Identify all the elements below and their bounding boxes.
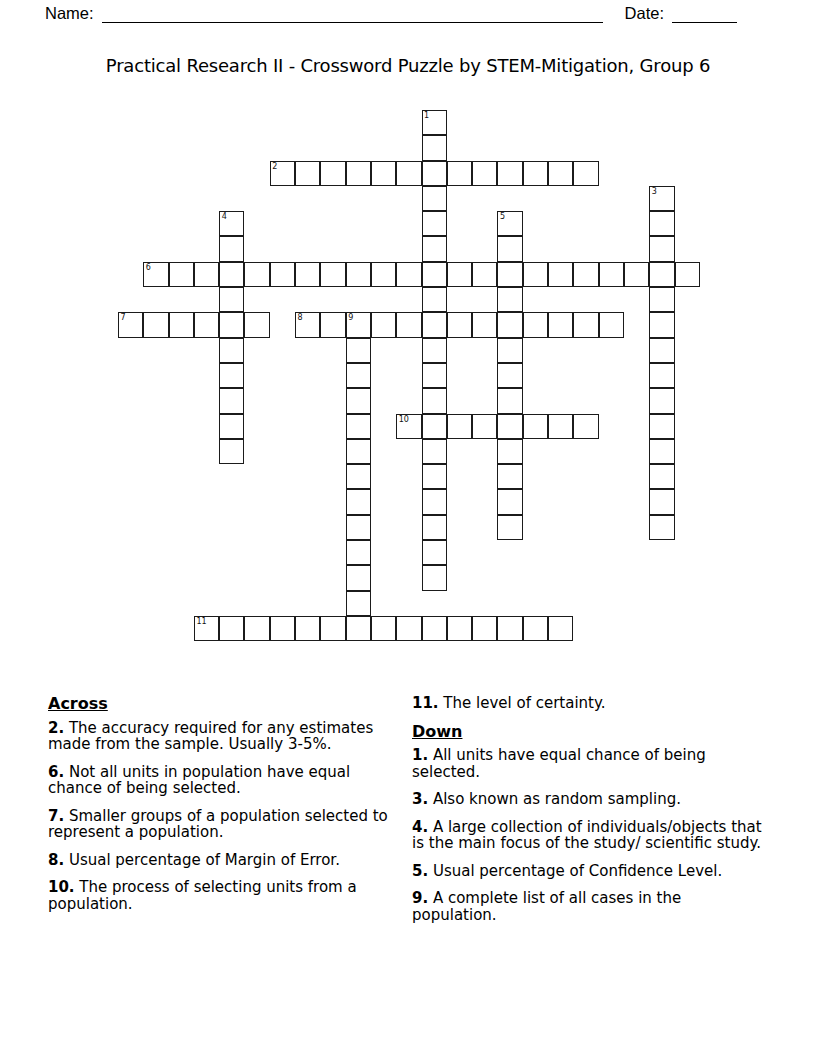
grid-cell-r18-c12[interactable] bbox=[422, 565, 447, 590]
grid-cell-r6-c21[interactable] bbox=[649, 262, 674, 287]
grid-cell-r6-c17[interactable] bbox=[548, 262, 573, 287]
down-clue-list: 1. All units have equal chance of being … bbox=[412, 747, 768, 923]
date-label: Date: bbox=[625, 3, 664, 23]
grid-cell-r12-c13[interactable] bbox=[447, 414, 472, 439]
grid-cell-r12-c4[interactable] bbox=[219, 414, 244, 439]
grid-cell-r13-c12[interactable] bbox=[422, 439, 447, 464]
clue-down-5: 5. Usual percentage of Confidence Level. bbox=[412, 863, 768, 880]
grid-cell-r6-c14[interactable] bbox=[472, 262, 497, 287]
clue-number-6: 6 bbox=[146, 263, 151, 272]
grid-cell-r10-c4[interactable] bbox=[219, 363, 244, 388]
grid-cell-r11-c21[interactable] bbox=[649, 388, 674, 413]
grid-cell-r2-c11[interactable] bbox=[396, 161, 421, 186]
grid-cell-r8-c21[interactable] bbox=[649, 312, 674, 337]
grid-cell-r8-c8[interactable] bbox=[320, 312, 345, 337]
grid-cell-r15-c12[interactable] bbox=[422, 489, 447, 514]
clue-across-8: 8. Usual percentage of Margin of Error. bbox=[48, 852, 392, 869]
grid-cell-r13-c4[interactable] bbox=[219, 439, 244, 464]
clues-right-column: 11. The level of certainty. Down 1. All … bbox=[412, 695, 768, 934]
grid-cell-r20-c10[interactable] bbox=[371, 616, 396, 641]
name-label: Name: bbox=[45, 3, 94, 23]
clue-down-1: 1. All units have equal chance of being … bbox=[412, 747, 768, 780]
grid-cell-r6-c11[interactable] bbox=[396, 262, 421, 287]
grid-cell-r4-c21[interactable] bbox=[649, 211, 674, 236]
grid-cell-r2-c8[interactable] bbox=[320, 161, 345, 186]
grid-cell-r7-c4[interactable] bbox=[219, 287, 244, 312]
grid-cell-r20-c8[interactable] bbox=[320, 616, 345, 641]
grid-cell-r20-c12[interactable] bbox=[422, 616, 447, 641]
clue-number-9: 9 bbox=[348, 313, 353, 322]
clue-number-8: 8 bbox=[298, 313, 303, 322]
grid-cell-r20-c15[interactable] bbox=[497, 616, 522, 641]
clue-number-label: 5. bbox=[412, 862, 428, 880]
grid-cell-r6-c20[interactable] bbox=[624, 262, 649, 287]
grid-cell-r9-c15[interactable] bbox=[497, 338, 522, 363]
grid-cell-r18-c9[interactable] bbox=[346, 565, 371, 590]
grid-cell-r20-c3[interactable]: 11 bbox=[194, 616, 219, 641]
clue-number-label: 9. bbox=[412, 889, 428, 907]
grid-cell-r2-c10[interactable] bbox=[371, 161, 396, 186]
grid-cell-r14-c12[interactable] bbox=[422, 464, 447, 489]
clue-number-7: 7 bbox=[121, 313, 126, 322]
grid-cell-r8-c15[interactable] bbox=[497, 312, 522, 337]
grid-cell-r4-c4[interactable]: 4 bbox=[219, 211, 244, 236]
name-blank-line[interactable] bbox=[102, 3, 603, 23]
grid-cell-r16-c12[interactable] bbox=[422, 515, 447, 540]
clue-number-label: 8. bbox=[48, 851, 64, 869]
grid-cell-r3-c21[interactable]: 3 bbox=[649, 186, 674, 211]
clue-across-10: 10. The process of selecting units from … bbox=[48, 879, 392, 912]
grid-cell-r1-c12[interactable] bbox=[422, 135, 447, 160]
grid-cell-r4-c12[interactable] bbox=[422, 211, 447, 236]
grid-cell-r8-c4[interactable] bbox=[219, 312, 244, 337]
grid-cell-r11-c4[interactable] bbox=[219, 388, 244, 413]
grid-cell-r9-c4[interactable] bbox=[219, 338, 244, 363]
grid-cell-r17-c12[interactable] bbox=[422, 540, 447, 565]
grid-cell-r8-c7[interactable]: 8 bbox=[295, 312, 320, 337]
grid-cell-r0-c12[interactable]: 1 bbox=[422, 110, 447, 135]
grid-cell-r20-c6[interactable] bbox=[270, 616, 295, 641]
grid-cell-r8-c13[interactable] bbox=[447, 312, 472, 337]
grid-cell-r16-c15[interactable] bbox=[497, 515, 522, 540]
grid-cell-r20-c11[interactable] bbox=[396, 616, 421, 641]
grid-cell-r6-c2[interactable] bbox=[169, 262, 194, 287]
grid-cell-r12-c21[interactable] bbox=[649, 414, 674, 439]
across-clue-list: 2. The accuracy required for any estimat… bbox=[48, 720, 392, 913]
grid-cell-r8-c18[interactable] bbox=[573, 312, 598, 337]
grid-cell-r6-c12[interactable] bbox=[422, 262, 447, 287]
grid-cell-r5-c15[interactable] bbox=[497, 236, 522, 261]
grid-cell-r2-c15[interactable] bbox=[497, 161, 522, 186]
clue-number-3: 3 bbox=[652, 187, 657, 196]
grid-cell-r20-c5[interactable] bbox=[244, 616, 269, 641]
grid-cell-r6-c13[interactable] bbox=[447, 262, 472, 287]
grid-cell-r4-c15[interactable]: 5 bbox=[497, 211, 522, 236]
grid-cell-r8-c9[interactable]: 9 bbox=[346, 312, 371, 337]
grid-cell-r12-c17[interactable] bbox=[548, 414, 573, 439]
grid-cell-r2-c7[interactable] bbox=[295, 161, 320, 186]
grid-cell-r12-c11[interactable]: 10 bbox=[396, 414, 421, 439]
clue-number-1: 1 bbox=[424, 111, 429, 120]
grid-cell-r6-c18[interactable] bbox=[573, 262, 598, 287]
header-row: Name: Date: bbox=[45, 2, 737, 23]
clue-number-label: 7. bbox=[48, 807, 64, 825]
grid-cell-r8-c3[interactable] bbox=[194, 312, 219, 337]
down-header: Down bbox=[412, 723, 768, 741]
crossword-grid: 1234567891011 bbox=[118, 110, 700, 641]
clue-number-11: 11 bbox=[196, 617, 206, 626]
grid-cell-r20-c14[interactable] bbox=[472, 616, 497, 641]
grid-cell-r9-c9[interactable] bbox=[346, 338, 371, 363]
across-header: Across bbox=[48, 695, 392, 713]
grid-cell-r6-c10[interactable] bbox=[371, 262, 396, 287]
grid-cell-r20-c7[interactable] bbox=[295, 616, 320, 641]
grid-cell-r17-c9[interactable] bbox=[346, 540, 371, 565]
clue-down-4: 4. A large collection of individuals/obj… bbox=[412, 819, 768, 852]
grid-cell-r6-c19[interactable] bbox=[599, 262, 624, 287]
clue-number-label: 3. bbox=[412, 790, 428, 808]
clue-down-3: 3. Also known as random sampling. bbox=[412, 791, 768, 808]
grid-cell-r16-c21[interactable] bbox=[649, 515, 674, 540]
grid-cell-r10-c12[interactable] bbox=[422, 363, 447, 388]
grid-cell-r8-c2[interactable] bbox=[169, 312, 194, 337]
grid-cell-r8-c16[interactable] bbox=[523, 312, 548, 337]
grid-cell-r6-c7[interactable] bbox=[295, 262, 320, 287]
grid-cell-r2-c13[interactable] bbox=[447, 161, 472, 186]
grid-cell-r12-c15[interactable] bbox=[497, 414, 522, 439]
grid-cell-r6-c6[interactable] bbox=[270, 262, 295, 287]
grid-cell-r13-c9[interactable] bbox=[346, 439, 371, 464]
grid-cell-r6-c5[interactable] bbox=[244, 262, 269, 287]
clue-across-11: 11. The level of certainty. bbox=[412, 695, 768, 712]
grid-cell-r19-c9[interactable] bbox=[346, 591, 371, 616]
grid-cell-r20-c4[interactable] bbox=[219, 616, 244, 641]
grid-cell-r12-c12[interactable] bbox=[422, 414, 447, 439]
page-title: Practical Research II - Crossword Puzzle… bbox=[0, 55, 816, 76]
grid-cell-r2-c17[interactable] bbox=[548, 161, 573, 186]
grid-cell-r6-c22[interactable] bbox=[675, 262, 700, 287]
grid-cell-r7-c21[interactable] bbox=[649, 287, 674, 312]
clue-across-6: 6. Not all units in population have equa… bbox=[48, 764, 392, 797]
clue-number-label: 11. bbox=[412, 694, 439, 712]
clue-number-10: 10 bbox=[399, 415, 409, 424]
grid-cell-r8-c12[interactable] bbox=[422, 312, 447, 337]
grid-cell-r5-c12[interactable] bbox=[422, 236, 447, 261]
grid-cell-r14-c15[interactable] bbox=[497, 464, 522, 489]
grid-cell-r8-c19[interactable] bbox=[599, 312, 624, 337]
clue-number-4: 4 bbox=[222, 212, 227, 221]
grid-cell-r20-c9[interactable] bbox=[346, 616, 371, 641]
grid-cell-r8-c0[interactable]: 7 bbox=[118, 312, 143, 337]
grid-cell-r11-c15[interactable] bbox=[497, 388, 522, 413]
clue-number-label: 6. bbox=[48, 763, 64, 781]
grid-cell-r9-c21[interactable] bbox=[649, 338, 674, 363]
grid-cell-r2-c9[interactable] bbox=[346, 161, 371, 186]
clue-number-2: 2 bbox=[272, 162, 277, 171]
grid-cell-r2-c14[interactable] bbox=[472, 161, 497, 186]
grid-cell-r2-c16[interactable] bbox=[523, 161, 548, 186]
grid-cell-r10-c21[interactable] bbox=[649, 363, 674, 388]
worksheet-page: Name: Date: Practical Research II - Cros… bbox=[0, 0, 816, 1056]
grid-cell-r5-c21[interactable] bbox=[649, 236, 674, 261]
grid-cell-r6-c8[interactable] bbox=[320, 262, 345, 287]
grid-cell-r2-c12[interactable] bbox=[422, 161, 447, 186]
grid-cell-r10-c15[interactable] bbox=[497, 363, 522, 388]
grid-cell-r15-c21[interactable] bbox=[649, 489, 674, 514]
grid-cell-r12-c9[interactable] bbox=[346, 414, 371, 439]
grid-cell-r2-c18[interactable] bbox=[573, 161, 598, 186]
grid-cell-r8-c1[interactable] bbox=[143, 312, 168, 337]
grid-cell-r16-c9[interactable] bbox=[346, 515, 371, 540]
grid-cell-r8-c11[interactable] bbox=[396, 312, 421, 337]
clue-number-label: 4. bbox=[412, 818, 428, 836]
date-blank-line[interactable] bbox=[672, 3, 737, 23]
clue-down-9: 9. A complete list of all cases in the p… bbox=[412, 890, 768, 923]
grid-cell-r20-c13[interactable] bbox=[447, 616, 472, 641]
grid-cell-r14-c9[interactable] bbox=[346, 464, 371, 489]
grid-cell-r15-c9[interactable] bbox=[346, 489, 371, 514]
grid-cell-r3-c12[interactable] bbox=[422, 186, 447, 211]
grid-cell-r10-c9[interactable] bbox=[346, 363, 371, 388]
grid-cell-r6-c16[interactable] bbox=[523, 262, 548, 287]
clue-across-2: 2. The accuracy required for any estimat… bbox=[48, 720, 392, 753]
grid-cell-r11-c9[interactable] bbox=[346, 388, 371, 413]
grid-cell-r6-c4[interactable] bbox=[219, 262, 244, 287]
clue-number-label: 1. bbox=[412, 746, 428, 764]
grid-cell-r14-c21[interactable] bbox=[649, 464, 674, 489]
across-clue-list-overflow: 11. The level of certainty. bbox=[412, 695, 768, 712]
grid-cell-r15-c15[interactable] bbox=[497, 489, 522, 514]
grid-cell-r8-c17[interactable] bbox=[548, 312, 573, 337]
grid-cell-r12-c14[interactable] bbox=[472, 414, 497, 439]
grid-cell-r5-c4[interactable] bbox=[219, 236, 244, 261]
grid-cell-r2-c6[interactable]: 2 bbox=[270, 161, 295, 186]
grid-cell-r8-c5[interactable] bbox=[244, 312, 269, 337]
grid-cell-r12-c16[interactable] bbox=[523, 414, 548, 439]
clue-across-7: 7. Smaller groups of a population select… bbox=[48, 808, 392, 841]
grid-cell-r12-c18[interactable] bbox=[573, 414, 598, 439]
grid-cell-r11-c12[interactable] bbox=[422, 388, 447, 413]
grid-cell-r9-c12[interactable] bbox=[422, 338, 447, 363]
clue-number-5: 5 bbox=[500, 212, 505, 221]
grid-cell-r6-c3[interactable] bbox=[194, 262, 219, 287]
clues-left-column: Across 2. The accuracy required for any … bbox=[48, 695, 392, 923]
clue-number-label: 10. bbox=[48, 878, 75, 896]
grid-cell-r20-c16[interactable] bbox=[523, 616, 548, 641]
clue-number-label: 2. bbox=[48, 719, 64, 737]
clues-section: Across 2. The accuracy required for any … bbox=[48, 695, 768, 934]
grid-cell-r7-c12[interactable] bbox=[422, 287, 447, 312]
grid-cell-r8-c14[interactable] bbox=[472, 312, 497, 337]
grid-cell-r20-c17[interactable] bbox=[548, 616, 573, 641]
grid-cell-r6-c9[interactable] bbox=[346, 262, 371, 287]
grid-cell-r13-c15[interactable] bbox=[497, 439, 522, 464]
grid-cell-r6-c15[interactable] bbox=[497, 262, 522, 287]
grid-cell-r13-c21[interactable] bbox=[649, 439, 674, 464]
grid-cell-r8-c10[interactable] bbox=[371, 312, 396, 337]
grid-cell-r6-c1[interactable]: 6 bbox=[143, 262, 168, 287]
grid-cell-r7-c15[interactable] bbox=[497, 287, 522, 312]
